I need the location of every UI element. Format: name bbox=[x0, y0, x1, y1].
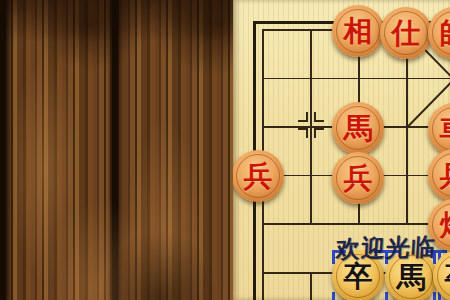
grid-line bbox=[262, 223, 450, 225]
piece-character: 兵 bbox=[440, 161, 450, 190]
piece-red-soldier[interactable]: 兵 bbox=[233, 150, 284, 202]
grid-line bbox=[262, 78, 450, 80]
piece-character: 仕 bbox=[392, 19, 421, 48]
grid-line bbox=[310, 272, 312, 300]
wood-table-background bbox=[0, 0, 233, 300]
piece-red-horse[interactable]: 馬 bbox=[332, 102, 384, 154]
piece-character: 馬 bbox=[344, 114, 373, 143]
piece-red-advisor[interactable]: 仕 bbox=[380, 7, 432, 59]
wood-plank-seam bbox=[0, 0, 6, 300]
piece-character: 兵 bbox=[344, 164, 373, 193]
welcome-watermark-text: 欢迎光临 bbox=[335, 231, 437, 266]
piece-character: 車 bbox=[440, 115, 450, 144]
grid-line bbox=[310, 29, 312, 224]
piece-character: 相 bbox=[344, 17, 373, 46]
piece-character: 帥 bbox=[440, 19, 450, 48]
piece-character: 炮 bbox=[440, 211, 450, 240]
piece-character: 馬 bbox=[397, 263, 426, 292]
point-marker bbox=[298, 128, 308, 138]
game-screenshot: 相仕帥馬車兵兵兵炮卒馬卒 欢迎光临 bbox=[0, 0, 450, 300]
point-marker bbox=[298, 112, 308, 122]
piece-red-elephant[interactable]: 相 bbox=[332, 5, 384, 57]
piece-red-soldier[interactable]: 兵 bbox=[332, 152, 384, 204]
point-marker bbox=[314, 112, 324, 122]
piece-character: 兵 bbox=[244, 162, 273, 191]
point-marker bbox=[314, 128, 324, 138]
piece-character: 卒 bbox=[344, 262, 373, 291]
piece-character: 卒 bbox=[445, 262, 450, 291]
